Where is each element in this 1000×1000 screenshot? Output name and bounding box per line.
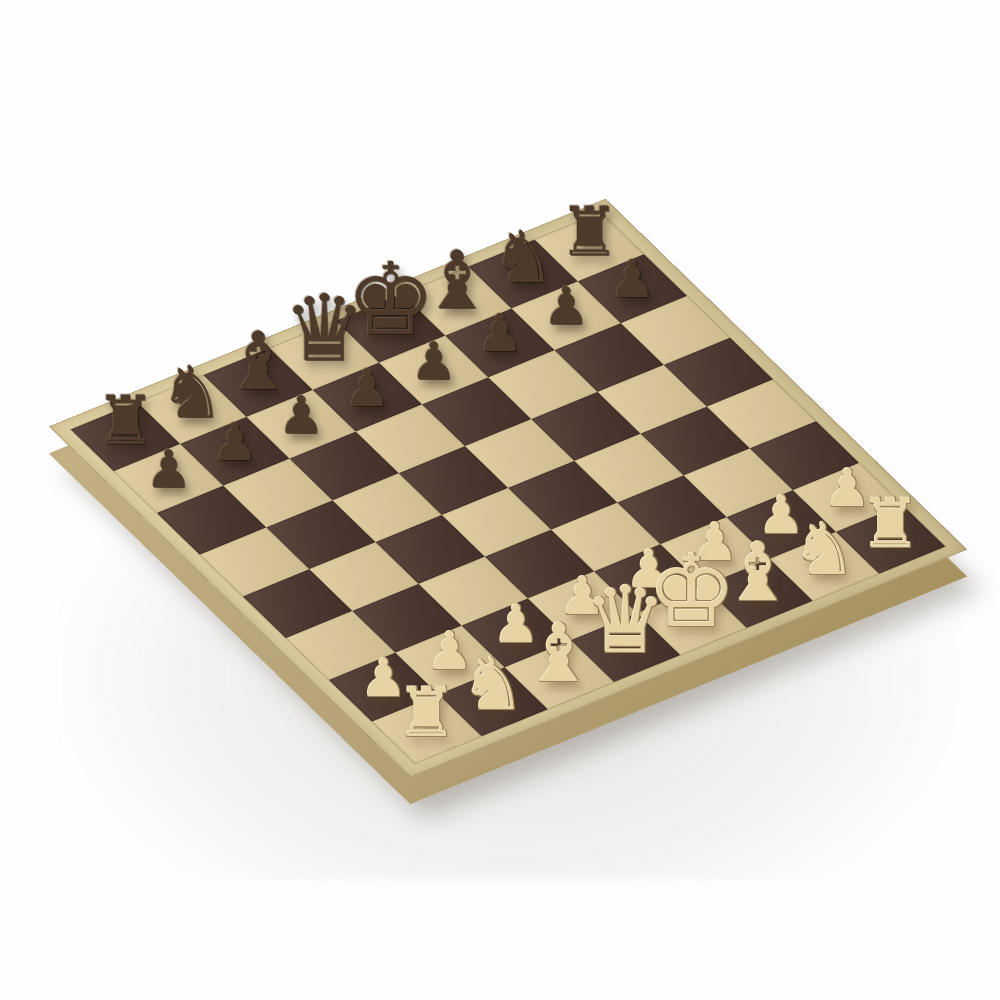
black-pawn[interactable]: ♟ — [211, 415, 258, 467]
black-pawn[interactable]: ♟ — [410, 334, 457, 386]
black-pawn[interactable]: ♟ — [543, 280, 590, 332]
white-bishop[interactable]: ♝ — [523, 614, 595, 694]
white-queen[interactable]: ♛ — [584, 575, 666, 667]
black-pawn[interactable]: ♟ — [278, 388, 325, 440]
black-pawn[interactable]: ♟ — [145, 443, 192, 495]
piece-anchor: ♜ — [387, 689, 466, 768]
white-rook[interactable]: ♜ — [860, 489, 921, 557]
black-pawn[interactable]: ♟ — [609, 253, 656, 305]
white-knight[interactable]: ♞ — [461, 648, 526, 720]
black-pawn[interactable]: ♟ — [477, 307, 524, 359]
white-knight[interactable]: ♞ — [792, 512, 857, 584]
black-pawn[interactable]: ♟ — [344, 361, 391, 413]
white-rook[interactable]: ♜ — [396, 679, 457, 747]
product-photo-scene: ♜♞♝♛♚♝♞♜♟♟♟♟♟♟♟♟♟♟♟♟♟♟♟♟♜♞♝♛♚♝♞♜ — [0, 0, 1000, 1000]
